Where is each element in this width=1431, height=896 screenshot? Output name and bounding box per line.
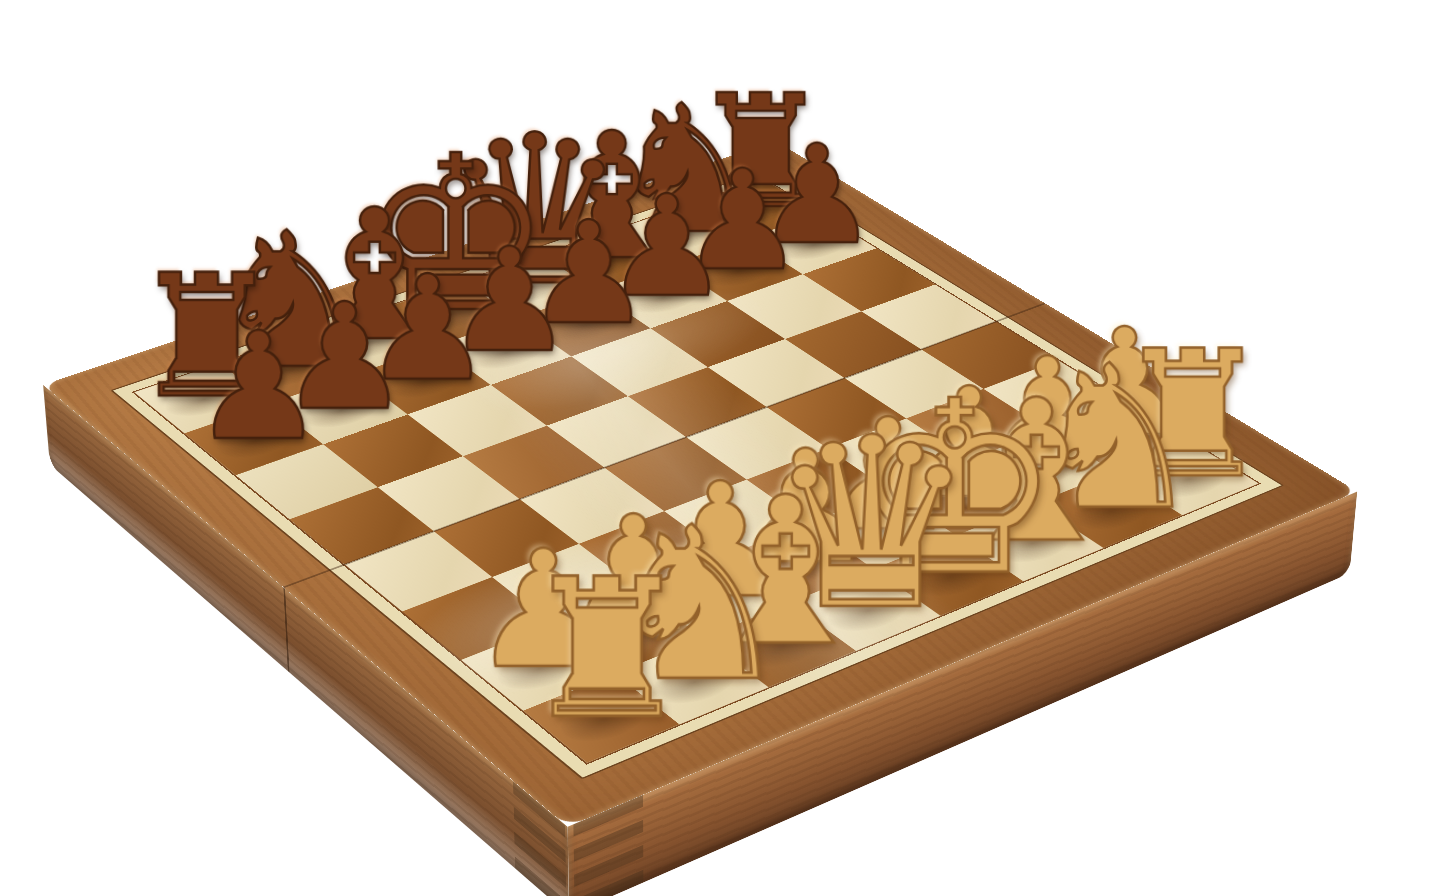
square-b6	[323, 414, 463, 487]
product-photo-scene: ♜♞♝♚♛♝♞♜♟♟♟♟♟♟♟♟♟♟♟♟♟♟♟♟♜♞♝♛♚♝♞♜	[0, 0, 1431, 896]
board-top-face: ♜♞♝♚♛♝♞♜♟♟♟♟♟♟♟♟♟♟♟♟♟♟♟♟♜♞♝♛♚♝♞♜	[43, 141, 1357, 827]
piece-anchor: ♟	[258, 442, 261, 443]
black-pawn-a7: ♟	[192, 312, 325, 460]
piece-anchor: ♟	[665, 298, 668, 299]
piece-anchor: ♟	[343, 412, 346, 413]
piece-anchor: ♟	[816, 246, 819, 247]
chess-box: ♜♞♝♚♛♝♞♜♟♟♟♟♟♟♟♟♟♟♟♟♟♟♟♟♜♞♝♛♚♝♞♜	[43, 141, 1357, 827]
piece-anchor: ♟	[588, 326, 591, 327]
piece-anchor: ♟	[508, 354, 511, 355]
piece-anchor: ♟	[741, 272, 744, 273]
piece-anchor: ♞	[696, 684, 699, 686]
piece-anchor: ♜	[606, 721, 609, 723]
white-rook-a1: ♜	[521, 554, 693, 746]
piece-anchor: ♟	[427, 382, 430, 383]
